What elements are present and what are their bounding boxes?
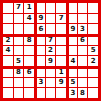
- sudoku-board: 714976932876425594286139538: [0, 0, 101, 101]
- cell-r6c8-empty[interactable]: [78, 56, 88, 66]
- cell-r9c1-empty[interactable]: [3, 88, 13, 98]
- cell-r7c6-given: 1: [56, 67, 66, 77]
- cell-r2c3-given: 4: [24, 14, 34, 24]
- cell-r3c3-empty[interactable]: [24, 24, 34, 34]
- cell-r3c6-empty[interactable]: [56, 24, 66, 34]
- cell-r8c4-given: 3: [35, 78, 45, 88]
- cell-r5c7-empty[interactable]: [67, 46, 77, 56]
- cell-r9c8-given: 8: [78, 88, 88, 98]
- cell-r9c5-empty[interactable]: [46, 88, 56, 98]
- cell-r3c7-given: 9: [67, 24, 77, 34]
- cell-r6c3-empty[interactable]: [24, 56, 34, 66]
- cell-r2c8-empty[interactable]: [78, 14, 88, 24]
- cell-r1c7-empty[interactable]: [67, 3, 77, 13]
- cell-r2c2-empty[interactable]: [14, 14, 24, 24]
- cell-r3c8-given: 3: [78, 24, 88, 34]
- cell-r6c6-empty[interactable]: [56, 56, 66, 66]
- cell-r2c9-empty[interactable]: [88, 14, 98, 24]
- cell-r7c9-empty[interactable]: [88, 67, 98, 77]
- cell-r5c9-given: 5: [88, 46, 98, 56]
- cell-r5c3-empty[interactable]: [24, 46, 34, 56]
- cell-r1c3-given: 1: [24, 3, 34, 13]
- cell-r8c7-given: 5: [67, 78, 77, 88]
- cell-r2c7-empty[interactable]: [67, 14, 77, 24]
- cell-r7c8-empty[interactable]: [78, 67, 88, 77]
- cell-r4c5-given: 7: [46, 35, 56, 45]
- cell-r7c4-empty[interactable]: [35, 67, 45, 77]
- cell-r4c2-empty[interactable]: [14, 35, 24, 45]
- cell-r6c4-empty[interactable]: [35, 56, 45, 66]
- cell-r4c4-empty[interactable]: [35, 35, 45, 45]
- cell-r9c6-empty[interactable]: [56, 88, 66, 98]
- cell-r6c9-given: 2: [88, 56, 98, 66]
- cell-r2c4-given: 9: [35, 14, 45, 24]
- cell-r5c6-empty[interactable]: [56, 46, 66, 56]
- cell-r5c1-given: 4: [3, 46, 13, 56]
- cell-r9c9-empty[interactable]: [88, 88, 98, 98]
- cell-r4c1-given: 2: [3, 35, 13, 45]
- cell-r5c5-given: 2: [46, 46, 56, 56]
- cell-r2c5-empty[interactable]: [46, 14, 56, 24]
- cell-r5c8-empty[interactable]: [78, 46, 88, 56]
- cell-r6c7-given: 4: [67, 56, 77, 66]
- cell-r4c8-given: 6: [78, 35, 88, 45]
- cell-r8c2-empty[interactable]: [14, 78, 24, 88]
- cell-r6c1-empty[interactable]: [3, 56, 13, 66]
- cell-r9c4-empty[interactable]: [35, 88, 45, 98]
- cell-r8c8-empty[interactable]: [78, 78, 88, 88]
- cell-r7c3-given: 6: [24, 67, 34, 77]
- cell-r2c6-given: 7: [56, 14, 66, 24]
- cell-r5c4-empty[interactable]: [35, 46, 45, 56]
- cell-r9c3-empty[interactable]: [24, 88, 34, 98]
- cell-r4c3-given: 8: [24, 35, 34, 45]
- cell-r7c2-given: 8: [14, 67, 24, 77]
- cell-r8c1-empty[interactable]: [3, 78, 13, 88]
- cell-r4c7-empty[interactable]: [67, 35, 77, 45]
- cell-r9c2-empty[interactable]: [14, 88, 24, 98]
- cell-r3c5-empty[interactable]: [46, 24, 56, 34]
- cell-r6c5-given: 9: [46, 56, 56, 66]
- cell-r9c7-given: 3: [67, 88, 77, 98]
- cell-r1c8-empty[interactable]: [78, 3, 88, 13]
- cell-r1c5-empty[interactable]: [46, 3, 56, 13]
- cell-r7c1-empty[interactable]: [3, 67, 13, 77]
- cell-r1c6-empty[interactable]: [56, 3, 66, 13]
- cell-r3c9-empty[interactable]: [88, 24, 98, 34]
- cell-r1c4-empty[interactable]: [35, 3, 45, 13]
- cell-r1c1-empty[interactable]: [3, 3, 13, 13]
- cell-r6c2-given: 5: [14, 56, 24, 66]
- cell-r1c2-given: 7: [14, 3, 24, 13]
- cell-r4c6-empty[interactable]: [56, 35, 66, 45]
- cell-r8c9-empty[interactable]: [88, 78, 98, 88]
- cell-r1c9-empty[interactable]: [88, 3, 98, 13]
- cell-r8c3-empty[interactable]: [24, 78, 34, 88]
- cell-r3c4-given: 6: [35, 24, 45, 34]
- cell-r2c1-empty[interactable]: [3, 14, 13, 24]
- cell-r3c2-empty[interactable]: [14, 24, 24, 34]
- cell-r7c5-empty[interactable]: [46, 67, 56, 77]
- cell-r4c9-empty[interactable]: [88, 35, 98, 45]
- cell-r3c1-empty[interactable]: [3, 24, 13, 34]
- cell-r5c2-empty[interactable]: [14, 46, 24, 56]
- cell-r7c7-empty[interactable]: [67, 67, 77, 77]
- cell-r8c5-empty[interactable]: [46, 78, 56, 88]
- cell-r8c6-given: 9: [56, 78, 66, 88]
